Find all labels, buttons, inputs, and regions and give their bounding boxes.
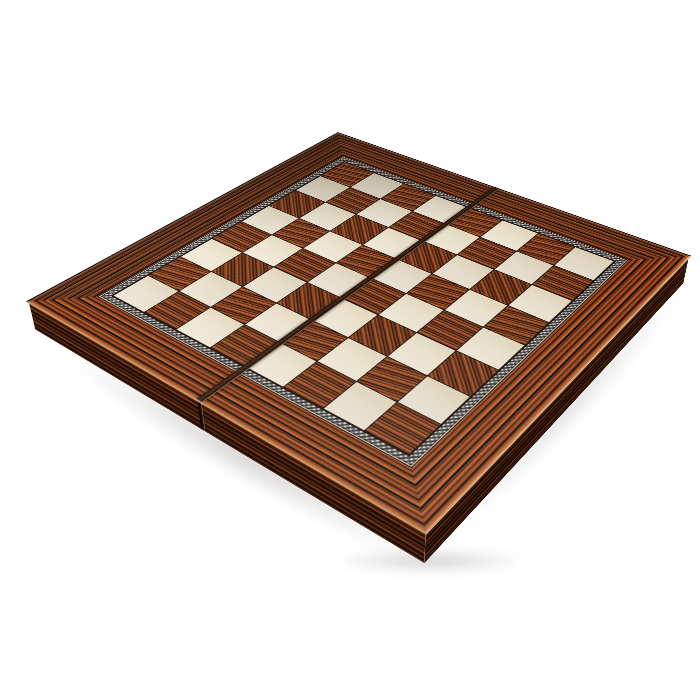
square-d4 [342, 278, 405, 314]
square-b1 [398, 376, 470, 424]
square-f1 [509, 285, 571, 322]
perspective-scene [135, 43, 605, 513]
square-c4 [312, 299, 377, 337]
side-fold-seam [197, 399, 205, 431]
product-photo-stage [0, 0, 700, 700]
board-top-face [29, 133, 689, 532]
square-a4 [246, 343, 316, 387]
square-a7 [144, 292, 209, 330]
square-e3 [407, 274, 469, 310]
square-d1 [457, 328, 524, 370]
square-d3 [379, 294, 443, 332]
chess-board [29, 133, 689, 532]
square-a5 [211, 325, 279, 366]
square-a3 [284, 362, 355, 408]
square-b2 [357, 357, 427, 402]
square-b4 [280, 320, 347, 361]
square-d2 [417, 311, 482, 351]
square-b3 [318, 338, 387, 381]
square-a2 [324, 382, 397, 430]
square-a8 [114, 276, 178, 312]
square-b5 [245, 303, 311, 342]
square-a6 [177, 308, 244, 347]
square-c5 [277, 283, 341, 320]
square-e2 [444, 290, 507, 327]
square-a1 [365, 403, 440, 454]
square-e1 [484, 306, 549, 345]
square-c3 [349, 315, 415, 355]
square-c2 [388, 333, 456, 375]
square-c1 [429, 351, 498, 396]
square-b6 [211, 287, 276, 324]
